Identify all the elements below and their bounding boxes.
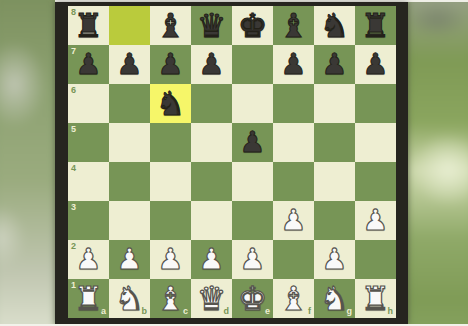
square-f3[interactable]: ♟ — [273, 201, 314, 240]
piece-white-bishop[interactable]: ♝ — [273, 279, 314, 318]
square-d1[interactable]: d♛ — [191, 279, 232, 318]
square-h4[interactable] — [355, 162, 396, 201]
square-c4[interactable] — [150, 162, 191, 201]
square-e1[interactable]: e♚ — [232, 279, 273, 318]
square-h7[interactable]: ♟ — [355, 45, 396, 84]
square-c7[interactable]: ♟ — [150, 45, 191, 84]
square-g6[interactable] — [314, 84, 355, 123]
piece-black-pawn[interactable]: ♟ — [314, 45, 355, 84]
piece-black-king[interactable]: ♚ — [232, 6, 273, 45]
square-e2[interactable]: ♟ — [232, 240, 273, 279]
square-f4[interactable] — [273, 162, 314, 201]
square-f6[interactable] — [273, 84, 314, 123]
piece-white-knight[interactable]: ♞ — [109, 279, 150, 318]
square-a5[interactable]: 5 — [68, 123, 109, 162]
square-b4[interactable] — [109, 162, 150, 201]
piece-black-pawn[interactable]: ♟ — [232, 123, 273, 162]
piece-black-rook[interactable]: ♜ — [68, 6, 109, 45]
square-c3[interactable] — [150, 201, 191, 240]
square-f7[interactable]: ♟ — [273, 45, 314, 84]
square-d7[interactable]: ♟ — [191, 45, 232, 84]
piece-white-rook[interactable]: ♜ — [355, 279, 396, 318]
square-a1[interactable]: 1a♜ — [68, 279, 109, 318]
square-h5[interactable] — [355, 123, 396, 162]
piece-white-pawn[interactable]: ♟ — [314, 240, 355, 279]
piece-black-pawn[interactable]: ♟ — [109, 45, 150, 84]
square-d5[interactable] — [191, 123, 232, 162]
piece-white-pawn[interactable]: ♟ — [109, 240, 150, 279]
square-f2[interactable] — [273, 240, 314, 279]
rank-label-4: 4 — [71, 164, 76, 173]
piece-white-pawn[interactable]: ♟ — [355, 201, 396, 240]
piece-white-rook[interactable]: ♜ — [68, 279, 109, 318]
square-f5[interactable] — [273, 123, 314, 162]
chess-board-frame: 8♜♝♛♚♝♞♜7♟♟♟♟♟♟♟6♞5♟43♟♟2♟♟♟♟♟♟1a♜b♞c♝d♛… — [55, 2, 408, 324]
square-d6[interactable] — [191, 84, 232, 123]
square-c2[interactable]: ♟ — [150, 240, 191, 279]
piece-black-knight[interactable]: ♞ — [150, 84, 191, 123]
square-a2[interactable]: 2♟ — [68, 240, 109, 279]
square-e3[interactable] — [232, 201, 273, 240]
piece-white-pawn[interactable]: ♟ — [232, 240, 273, 279]
square-e4[interactable] — [232, 162, 273, 201]
piece-white-king[interactable]: ♚ — [232, 279, 273, 318]
square-b2[interactable]: ♟ — [109, 240, 150, 279]
square-c8[interactable]: ♝ — [150, 6, 191, 45]
square-c6[interactable]: ♞ — [150, 84, 191, 123]
piece-white-pawn[interactable]: ♟ — [191, 240, 232, 279]
piece-black-pawn[interactable]: ♟ — [273, 45, 314, 84]
square-c1[interactable]: c♝ — [150, 279, 191, 318]
piece-white-bishop[interactable]: ♝ — [150, 279, 191, 318]
piece-white-queen[interactable]: ♛ — [191, 279, 232, 318]
square-f1[interactable]: f♝ — [273, 279, 314, 318]
piece-white-knight[interactable]: ♞ — [314, 279, 355, 318]
square-f8[interactable]: ♝ — [273, 6, 314, 45]
square-b1[interactable]: b♞ — [109, 279, 150, 318]
rank-label-3: 3 — [71, 203, 76, 212]
square-g7[interactable]: ♟ — [314, 45, 355, 84]
square-a7[interactable]: 7♟ — [68, 45, 109, 84]
rank-label-6: 6 — [71, 86, 76, 95]
square-a6[interactable]: 6 — [68, 84, 109, 123]
square-h6[interactable] — [355, 84, 396, 123]
square-d2[interactable]: ♟ — [191, 240, 232, 279]
piece-white-pawn[interactable]: ♟ — [273, 201, 314, 240]
piece-black-pawn[interactable]: ♟ — [68, 45, 109, 84]
background-blur-left — [0, 0, 58, 326]
square-b7[interactable]: ♟ — [109, 45, 150, 84]
square-e5[interactable]: ♟ — [232, 123, 273, 162]
square-g2[interactable]: ♟ — [314, 240, 355, 279]
square-h3[interactable]: ♟ — [355, 201, 396, 240]
square-h8[interactable]: ♜ — [355, 6, 396, 45]
piece-black-knight[interactable]: ♞ — [314, 6, 355, 45]
square-a3[interactable]: 3 — [68, 201, 109, 240]
piece-black-pawn[interactable]: ♟ — [355, 45, 396, 84]
square-a4[interactable]: 4 — [68, 162, 109, 201]
square-b3[interactable] — [109, 201, 150, 240]
square-d8[interactable]: ♛ — [191, 6, 232, 45]
piece-black-rook[interactable]: ♜ — [355, 6, 396, 45]
square-d3[interactable] — [191, 201, 232, 240]
square-b5[interactable] — [109, 123, 150, 162]
square-g1[interactable]: g♞ — [314, 279, 355, 318]
piece-black-pawn[interactable]: ♟ — [191, 45, 232, 84]
background-blur-right — [406, 0, 468, 326]
square-c5[interactable] — [150, 123, 191, 162]
piece-black-bishop[interactable]: ♝ — [273, 6, 314, 45]
piece-black-bishop[interactable]: ♝ — [150, 6, 191, 45]
square-d4[interactable] — [191, 162, 232, 201]
chess-app-video-frame: 8♜♝♛♚♝♞♜7♟♟♟♟♟♟♟6♞5♟43♟♟2♟♟♟♟♟♟1a♜b♞c♝d♛… — [0, 0, 468, 326]
square-g8[interactable]: ♞ — [314, 6, 355, 45]
piece-black-queen[interactable]: ♛ — [191, 6, 232, 45]
square-a8[interactable]: 8♜ — [68, 6, 109, 45]
square-g5[interactable] — [314, 123, 355, 162]
square-g4[interactable] — [314, 162, 355, 201]
square-h1[interactable]: h♜ — [355, 279, 396, 318]
square-b8[interactable] — [109, 6, 150, 45]
square-e7[interactable] — [232, 45, 273, 84]
piece-white-pawn[interactable]: ♟ — [150, 240, 191, 279]
square-b6[interactable] — [109, 84, 150, 123]
square-h2[interactable] — [355, 240, 396, 279]
square-g3[interactable] — [314, 201, 355, 240]
chess-board: 8♜♝♛♚♝♞♜7♟♟♟♟♟♟♟6♞5♟43♟♟2♟♟♟♟♟♟1a♜b♞c♝d♛… — [68, 6, 396, 318]
square-e8[interactable]: ♚ — [232, 6, 273, 45]
piece-white-pawn[interactable]: ♟ — [68, 240, 109, 279]
square-e6[interactable] — [232, 84, 273, 123]
piece-black-pawn[interactable]: ♟ — [150, 45, 191, 84]
rank-label-5: 5 — [71, 125, 76, 134]
